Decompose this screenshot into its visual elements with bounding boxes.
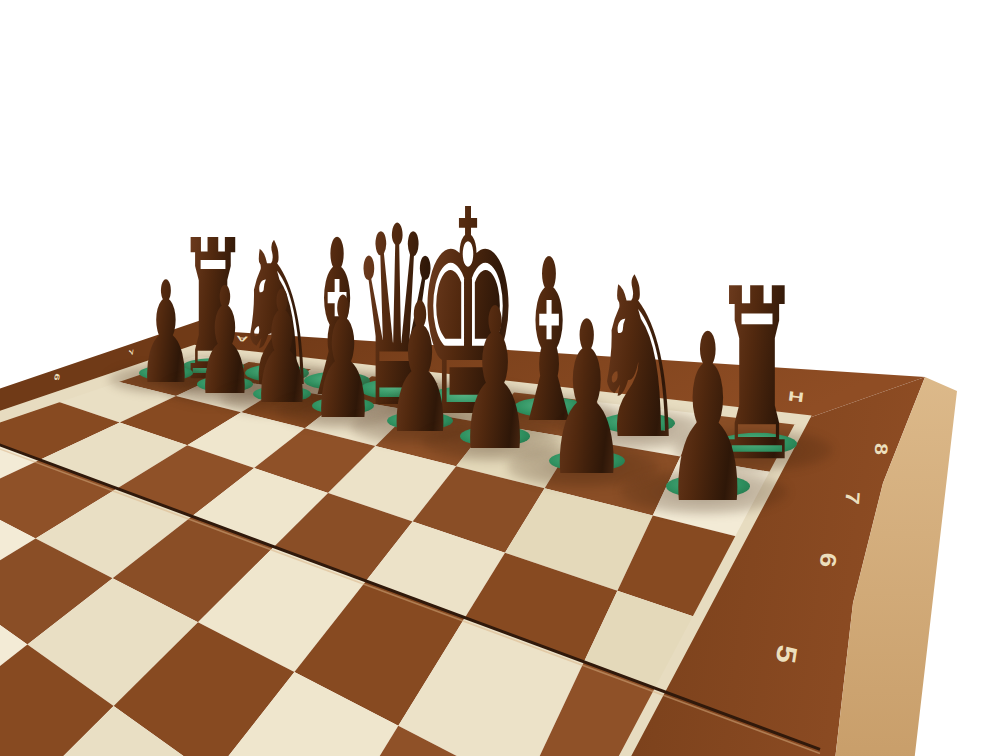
chessboard-photo-stage: AH768765 ♜︎♞︎♝︎♛︎♚︎♝︎♞︎♜︎♟︎♟︎♟︎♟︎♟︎♟︎♟︎♟… <box>0 0 1008 756</box>
rank-label-6-right: 6 <box>814 551 841 568</box>
black-pawn-glyph: ♟︎ <box>547 295 628 507</box>
rank-label-7-right: 7 <box>840 491 864 505</box>
rank-label-6-left: 6 <box>52 373 62 382</box>
rank-label-7-left: 7 <box>127 348 135 355</box>
black-pawn-glyph: ♟︎ <box>664 304 752 536</box>
black-pawn-glyph: ♟︎ <box>458 282 533 478</box>
rank-label-8-right: 8 <box>870 443 891 455</box>
